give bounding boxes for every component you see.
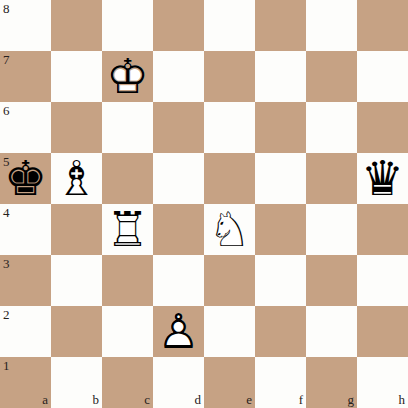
square-d3[interactable] <box>153 255 204 306</box>
square-h4[interactable] <box>357 204 408 255</box>
file-label-f: f <box>299 393 303 406</box>
square-b3[interactable] <box>51 255 102 306</box>
file-label-a: a <box>42 393 48 406</box>
square-h2[interactable] <box>357 306 408 357</box>
file-label-h: h <box>399 393 406 406</box>
rank-label-3: 3 <box>3 257 10 270</box>
piece-white-bishop[interactable]: ♝♗ <box>51 153 102 204</box>
rank-label-6: 6 <box>3 104 10 117</box>
square-d7[interactable] <box>153 51 204 102</box>
square-c2[interactable] <box>102 306 153 357</box>
file-label-c: c <box>144 393 150 406</box>
square-f2[interactable] <box>255 306 306 357</box>
square-c3[interactable] <box>102 255 153 306</box>
square-d5[interactable] <box>153 153 204 204</box>
square-a8[interactable]: 8 <box>0 0 51 51</box>
white-bishop-outline-glyph: ♗ <box>51 153 102 204</box>
square-e7[interactable] <box>204 51 255 102</box>
file-label-b: b <box>93 393 100 406</box>
square-c4[interactable]: ♜♖ <box>102 204 153 255</box>
square-e8[interactable] <box>204 0 255 51</box>
square-f4[interactable] <box>255 204 306 255</box>
square-e4[interactable]: ♞♘ <box>204 204 255 255</box>
square-d8[interactable] <box>153 0 204 51</box>
square-e6[interactable] <box>204 102 255 153</box>
white-pawn-outline-glyph: ♙ <box>153 306 204 357</box>
rank-label-2: 2 <box>3 308 10 321</box>
square-g7[interactable] <box>306 51 357 102</box>
square-c1[interactable]: c <box>102 357 153 408</box>
square-a4[interactable]: 4 <box>0 204 51 255</box>
square-g2[interactable] <box>306 306 357 357</box>
square-h6[interactable] <box>357 102 408 153</box>
square-g8[interactable] <box>306 0 357 51</box>
square-b7[interactable] <box>51 51 102 102</box>
square-c8[interactable] <box>102 0 153 51</box>
square-a2[interactable]: 2 <box>0 306 51 357</box>
square-f7[interactable] <box>255 51 306 102</box>
square-g4[interactable] <box>306 204 357 255</box>
chess-board: 87♚♔65♚♝♗♛4♜♖♞♘32♟♙1abcdefgh <box>0 0 408 408</box>
piece-white-king[interactable]: ♚♔ <box>102 51 153 102</box>
square-f1[interactable]: f <box>255 357 306 408</box>
piece-black-queen[interactable]: ♛ <box>357 153 408 204</box>
white-king-outline-glyph: ♔ <box>102 51 153 102</box>
square-a3[interactable]: 3 <box>0 255 51 306</box>
square-e2[interactable] <box>204 306 255 357</box>
rank-label-4: 4 <box>3 206 10 219</box>
square-b2[interactable] <box>51 306 102 357</box>
square-h7[interactable] <box>357 51 408 102</box>
square-f8[interactable] <box>255 0 306 51</box>
square-b4[interactable] <box>51 204 102 255</box>
square-a5[interactable]: 5♚ <box>0 153 51 204</box>
square-d4[interactable] <box>153 204 204 255</box>
square-e5[interactable] <box>204 153 255 204</box>
square-c5[interactable] <box>102 153 153 204</box>
piece-white-knight[interactable]: ♞♘ <box>204 204 255 255</box>
square-a7[interactable]: 7 <box>0 51 51 102</box>
square-d2[interactable]: ♟♙ <box>153 306 204 357</box>
rank-label-7: 7 <box>3 53 10 66</box>
square-f5[interactable] <box>255 153 306 204</box>
white-rook-outline-glyph: ♖ <box>102 204 153 255</box>
square-d1[interactable]: d <box>153 357 204 408</box>
square-h5[interactable]: ♛ <box>357 153 408 204</box>
square-g1[interactable]: g <box>306 357 357 408</box>
square-h1[interactable]: h <box>357 357 408 408</box>
square-d6[interactable] <box>153 102 204 153</box>
file-label-g: g <box>348 393 355 406</box>
file-label-d: d <box>195 393 202 406</box>
black-queen-glyph: ♛ <box>357 153 408 204</box>
rank-label-5: 5 <box>3 155 10 168</box>
square-f3[interactable] <box>255 255 306 306</box>
square-a6[interactable]: 6 <box>0 102 51 153</box>
rank-label-8: 8 <box>3 2 10 15</box>
square-b6[interactable] <box>51 102 102 153</box>
square-c6[interactable] <box>102 102 153 153</box>
square-b8[interactable] <box>51 0 102 51</box>
white-knight-outline-glyph: ♘ <box>204 204 255 255</box>
square-g6[interactable] <box>306 102 357 153</box>
square-b5[interactable]: ♝♗ <box>51 153 102 204</box>
square-e3[interactable] <box>204 255 255 306</box>
square-c7[interactable]: ♚♔ <box>102 51 153 102</box>
square-f6[interactable] <box>255 102 306 153</box>
square-a1[interactable]: 1a <box>0 357 51 408</box>
square-g5[interactable] <box>306 153 357 204</box>
rank-label-1: 1 <box>3 359 10 372</box>
square-h3[interactable] <box>357 255 408 306</box>
square-b1[interactable]: b <box>51 357 102 408</box>
square-e1[interactable]: e <box>204 357 255 408</box>
square-h8[interactable] <box>357 0 408 51</box>
square-g3[interactable] <box>306 255 357 306</box>
piece-white-rook[interactable]: ♜♖ <box>102 204 153 255</box>
piece-white-pawn[interactable]: ♟♙ <box>153 306 204 357</box>
file-label-e: e <box>246 393 252 406</box>
